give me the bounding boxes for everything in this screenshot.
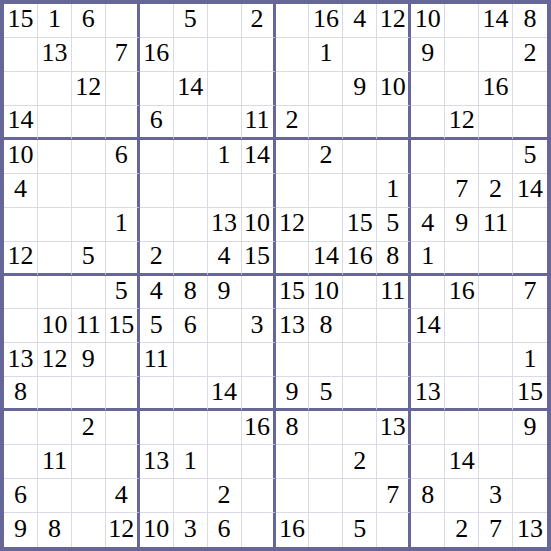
cell-r2c4[interactable]: 7 — [106, 38, 140, 72]
cell-r11c11[interactable] — [343, 343, 377, 377]
cell-r10c14[interactable] — [445, 309, 479, 343]
cell-r2c11[interactable] — [343, 38, 377, 72]
cell-r9c11[interactable] — [343, 276, 377, 310]
cell-r1c3[interactable]: 6 — [72, 4, 106, 38]
cell-r10c16[interactable] — [513, 309, 547, 343]
cell-r4c12[interactable] — [377, 106, 411, 140]
cell-r13c11[interactable] — [343, 411, 377, 445]
cell-r1c12[interactable]: 12 — [377, 4, 411, 38]
cell-r8c14[interactable] — [445, 242, 479, 276]
cell-r6c4[interactable] — [106, 174, 140, 208]
cell-r4c2[interactable] — [38, 106, 72, 140]
cell-r13c4[interactable] — [106, 411, 140, 445]
cell-r4c11[interactable] — [343, 106, 377, 140]
cell-r2c8[interactable] — [242, 38, 276, 72]
cell-r13c13[interactable] — [411, 411, 445, 445]
cell-r15c5[interactable] — [140, 479, 174, 513]
cell-r15c3[interactable] — [72, 479, 106, 513]
cell-r6c12[interactable]: 1 — [377, 174, 411, 208]
cell-r6c7[interactable] — [208, 174, 242, 208]
cell-r3c7[interactable] — [208, 72, 242, 106]
cell-r14c8[interactable] — [242, 445, 276, 479]
cell-r15c14[interactable] — [445, 479, 479, 513]
cell-r4c7[interactable] — [208, 106, 242, 140]
cell-r2c10[interactable]: 1 — [309, 38, 343, 72]
cell-r14c10[interactable] — [309, 445, 343, 479]
cell-r15c6[interactable] — [174, 479, 208, 513]
cell-r16c10[interactable] — [309, 513, 343, 547]
cell-r10c1[interactable] — [4, 309, 38, 343]
cell-r15c8[interactable] — [242, 479, 276, 513]
cell-r8c4[interactable] — [106, 242, 140, 276]
cell-r16c8[interactable] — [242, 513, 276, 547]
cell-r12c9[interactable]: 9 — [276, 377, 310, 411]
cell-r14c2[interactable]: 11 — [38, 445, 72, 479]
cell-r4c10[interactable] — [309, 106, 343, 140]
cell-r10c13[interactable]: 14 — [411, 309, 445, 343]
cell-r12c2[interactable] — [38, 377, 72, 411]
cell-r5c8[interactable]: 14 — [242, 140, 276, 174]
cell-r2c1[interactable] — [4, 38, 38, 72]
cell-r16c4[interactable]: 12 — [106, 513, 140, 547]
cell-r3c4[interactable] — [106, 72, 140, 106]
cell-r8c13[interactable]: 1 — [411, 242, 445, 276]
cell-r5c1[interactable]: 10 — [4, 140, 38, 174]
cell-r12c5[interactable] — [140, 377, 174, 411]
cell-r7c16[interactable] — [513, 208, 547, 242]
cell-r14c7[interactable] — [208, 445, 242, 479]
cell-r13c10[interactable] — [309, 411, 343, 445]
cell-r11c5[interactable]: 11 — [140, 343, 174, 377]
cell-r16c6[interactable]: 3 — [174, 513, 208, 547]
cell-r4c1[interactable]: 14 — [4, 106, 38, 140]
cell-r8c12[interactable]: 8 — [377, 242, 411, 276]
cell-r3c1[interactable] — [4, 72, 38, 106]
cell-r1c8[interactable]: 2 — [242, 4, 276, 38]
cell-r4c9[interactable]: 2 — [276, 106, 310, 140]
cell-r4c3[interactable] — [72, 106, 106, 140]
cell-r4c15[interactable] — [479, 106, 513, 140]
cell-r13c9[interactable]: 8 — [276, 411, 310, 445]
cell-r4c16[interactable] — [513, 106, 547, 140]
cell-r2c13[interactable]: 9 — [411, 38, 445, 72]
cell-r5c5[interactable] — [140, 140, 174, 174]
cell-r3c6[interactable]: 14 — [174, 72, 208, 106]
cell-r16c14[interactable]: 2 — [445, 513, 479, 547]
cell-r15c2[interactable] — [38, 479, 72, 513]
cell-r6c9[interactable] — [276, 174, 310, 208]
cell-r16c5[interactable]: 10 — [140, 513, 174, 547]
cell-r10c5[interactable]: 5 — [140, 309, 174, 343]
cell-r3c8[interactable] — [242, 72, 276, 106]
cell-r11c14[interactable] — [445, 343, 479, 377]
cell-r5c6[interactable] — [174, 140, 208, 174]
cell-r5c2[interactable] — [38, 140, 72, 174]
cell-r1c15[interactable]: 14 — [479, 4, 513, 38]
cell-r7c4[interactable]: 1 — [106, 208, 140, 242]
cell-r11c6[interactable] — [174, 343, 208, 377]
sudoku-board: 1516521641210148137161921214910161461121… — [0, 0, 551, 551]
cell-r7c10[interactable] — [309, 208, 343, 242]
cell-r12c12[interactable] — [377, 377, 411, 411]
cell-r9c12[interactable]: 11 — [377, 276, 411, 310]
cell-r1c6[interactable]: 5 — [174, 4, 208, 38]
cell-r2c15[interactable] — [479, 38, 513, 72]
cell-r4c8[interactable]: 11 — [242, 106, 276, 140]
cell-r7c7[interactable]: 13 — [208, 208, 242, 242]
cell-r11c10[interactable] — [309, 343, 343, 377]
cell-r2c2[interactable]: 13 — [38, 38, 72, 72]
cell-r2c16[interactable]: 2 — [513, 38, 547, 72]
cell-r1c2[interactable]: 1 — [38, 4, 72, 38]
cell-r6c3[interactable] — [72, 174, 106, 208]
cell-r1c9[interactable] — [276, 4, 310, 38]
cell-r13c2[interactable] — [38, 411, 72, 445]
cell-r8c10[interactable]: 14 — [309, 242, 343, 276]
cell-r6c1[interactable]: 4 — [4, 174, 38, 208]
cell-r6c16[interactable]: 14 — [513, 174, 547, 208]
cell-r6c13[interactable] — [411, 174, 445, 208]
cell-r8c2[interactable] — [38, 242, 72, 276]
cell-r16c16[interactable]: 13 — [513, 513, 547, 547]
cell-r14c16[interactable] — [513, 445, 547, 479]
cell-r14c11[interactable]: 2 — [343, 445, 377, 479]
cell-r3c3[interactable]: 12 — [72, 72, 106, 106]
cell-r15c4[interactable]: 4 — [106, 479, 140, 513]
cell-r10c10[interactable]: 8 — [309, 309, 343, 343]
cell-r3c2[interactable] — [38, 72, 72, 106]
cell-r11c1[interactable]: 13 — [4, 343, 38, 377]
cell-r8c7[interactable]: 4 — [208, 242, 242, 276]
cell-r4c14[interactable]: 12 — [445, 106, 479, 140]
cell-r10c9[interactable]: 13 — [276, 309, 310, 343]
cell-r7c8[interactable]: 10 — [242, 208, 276, 242]
cell-r3c12[interactable]: 10 — [377, 72, 411, 106]
cell-r9c10[interactable]: 10 — [309, 276, 343, 310]
cell-r15c7[interactable]: 2 — [208, 479, 242, 513]
cell-r13c14[interactable] — [445, 411, 479, 445]
cell-r11c9[interactable] — [276, 343, 310, 377]
cell-r1c14[interactable] — [445, 4, 479, 38]
cell-r14c15[interactable] — [479, 445, 513, 479]
cell-r14c9[interactable] — [276, 445, 310, 479]
cell-r4c13[interactable] — [411, 106, 445, 140]
cell-r8c5[interactable]: 2 — [140, 242, 174, 276]
cell-r12c16[interactable]: 15 — [513, 377, 547, 411]
cell-r7c12[interactable]: 5 — [377, 208, 411, 242]
cell-r9c6[interactable]: 8 — [174, 276, 208, 310]
cell-r5c14[interactable] — [445, 140, 479, 174]
cell-r4c5[interactable]: 6 — [140, 106, 174, 140]
cell-r15c13[interactable]: 8 — [411, 479, 445, 513]
cell-r7c11[interactable]: 15 — [343, 208, 377, 242]
cell-r15c15[interactable]: 3 — [479, 479, 513, 513]
cell-r7c3[interactable] — [72, 208, 106, 242]
cell-r12c14[interactable] — [445, 377, 479, 411]
cell-r13c1[interactable] — [4, 411, 38, 445]
cell-r9c2[interactable] — [38, 276, 72, 310]
cell-r4c6[interactable] — [174, 106, 208, 140]
cell-r5c11[interactable] — [343, 140, 377, 174]
cell-r12c3[interactable] — [72, 377, 106, 411]
cell-r5c10[interactable]: 2 — [309, 140, 343, 174]
cell-r5c7[interactable]: 1 — [208, 140, 242, 174]
cell-r11c15[interactable] — [479, 343, 513, 377]
cell-r5c4[interactable]: 6 — [106, 140, 140, 174]
cell-r11c12[interactable] — [377, 343, 411, 377]
cell-r6c5[interactable] — [140, 174, 174, 208]
cell-r8c9[interactable] — [276, 242, 310, 276]
cell-r13c6[interactable] — [174, 411, 208, 445]
cell-r6c2[interactable] — [38, 174, 72, 208]
cell-r14c4[interactable] — [106, 445, 140, 479]
cell-r9c13[interactable] — [411, 276, 445, 310]
cell-r8c11[interactable]: 16 — [343, 242, 377, 276]
cell-r12c1[interactable]: 8 — [4, 377, 38, 411]
cell-r10c2[interactable]: 10 — [38, 309, 72, 343]
cell-r1c13[interactable]: 10 — [411, 4, 445, 38]
cell-r7c13[interactable]: 4 — [411, 208, 445, 242]
cell-r4c4[interactable] — [106, 106, 140, 140]
cell-r3c5[interactable] — [140, 72, 174, 106]
cell-r1c1[interactable]: 15 — [4, 4, 38, 38]
cell-r15c10[interactable] — [309, 479, 343, 513]
cell-r2c6[interactable] — [174, 38, 208, 72]
cell-r10c12[interactable] — [377, 309, 411, 343]
cell-r7c6[interactable] — [174, 208, 208, 242]
cell-r5c12[interactable] — [377, 140, 411, 174]
cell-r7c2[interactable] — [38, 208, 72, 242]
cell-r9c15[interactable] — [479, 276, 513, 310]
cell-r1c4[interactable] — [106, 4, 140, 38]
cell-r3c10[interactable] — [309, 72, 343, 106]
cell-r6c11[interactable] — [343, 174, 377, 208]
cell-r8c8[interactable]: 15 — [242, 242, 276, 276]
cell-r11c3[interactable]: 9 — [72, 343, 106, 377]
cell-r15c1[interactable]: 6 — [4, 479, 38, 513]
cell-r14c13[interactable] — [411, 445, 445, 479]
cell-r11c8[interactable] — [242, 343, 276, 377]
cell-r14c12[interactable] — [377, 445, 411, 479]
cell-r3c15[interactable]: 16 — [479, 72, 513, 106]
cell-r2c7[interactable] — [208, 38, 242, 72]
cell-r6c15[interactable]: 2 — [479, 174, 513, 208]
cell-r9c9[interactable]: 15 — [276, 276, 310, 310]
cell-r8c15[interactable] — [479, 242, 513, 276]
cell-r1c7[interactable] — [208, 4, 242, 38]
cell-r11c2[interactable]: 12 — [38, 343, 72, 377]
cell-r9c4[interactable]: 5 — [106, 276, 140, 310]
cell-r9c14[interactable]: 16 — [445, 276, 479, 310]
cell-r10c3[interactable]: 11 — [72, 309, 106, 343]
cell-r6c14[interactable]: 7 — [445, 174, 479, 208]
cell-r11c4[interactable] — [106, 343, 140, 377]
cell-r3c13[interactable] — [411, 72, 445, 106]
cell-r6c6[interactable] — [174, 174, 208, 208]
cell-r14c3[interactable] — [72, 445, 106, 479]
cell-r1c5[interactable] — [140, 4, 174, 38]
cell-r10c8[interactable]: 3 — [242, 309, 276, 343]
cell-r8c1[interactable]: 12 — [4, 242, 38, 276]
cell-r3c11[interactable]: 9 — [343, 72, 377, 106]
cell-r7c9[interactable]: 12 — [276, 208, 310, 242]
cell-r10c11[interactable] — [343, 309, 377, 343]
cell-r2c5[interactable]: 16 — [140, 38, 174, 72]
cell-r16c12[interactable] — [377, 513, 411, 547]
cell-r16c2[interactable]: 8 — [38, 513, 72, 547]
cell-r2c14[interactable] — [445, 38, 479, 72]
cell-r1c10[interactable]: 16 — [309, 4, 343, 38]
cell-r11c13[interactable] — [411, 343, 445, 377]
cell-r2c12[interactable] — [377, 38, 411, 72]
cell-r5c16[interactable]: 5 — [513, 140, 547, 174]
cell-r10c6[interactable]: 6 — [174, 309, 208, 343]
cell-r12c7[interactable]: 14 — [208, 377, 242, 411]
cell-r16c13[interactable] — [411, 513, 445, 547]
cell-r16c11[interactable]: 5 — [343, 513, 377, 547]
cell-r16c9[interactable]: 16 — [276, 513, 310, 547]
cell-r15c12[interactable]: 7 — [377, 479, 411, 513]
cell-r5c13[interactable] — [411, 140, 445, 174]
cell-r13c12[interactable]: 13 — [377, 411, 411, 445]
cell-r6c10[interactable] — [309, 174, 343, 208]
cell-r8c6[interactable] — [174, 242, 208, 276]
cell-r7c15[interactable]: 11 — [479, 208, 513, 242]
cell-r3c16[interactable] — [513, 72, 547, 106]
cell-r9c1[interactable] — [4, 276, 38, 310]
cell-r1c16[interactable]: 8 — [513, 4, 547, 38]
cell-r15c11[interactable] — [343, 479, 377, 513]
cell-r14c6[interactable]: 1 — [174, 445, 208, 479]
cell-r8c3[interactable]: 5 — [72, 242, 106, 276]
cell-r3c9[interactable] — [276, 72, 310, 106]
cell-r9c5[interactable]: 4 — [140, 276, 174, 310]
cell-r13c16[interactable]: 9 — [513, 411, 547, 445]
cell-r16c3[interactable] — [72, 513, 106, 547]
cell-r15c9[interactable] — [276, 479, 310, 513]
cell-r11c7[interactable] — [208, 343, 242, 377]
cell-r15c16[interactable] — [513, 479, 547, 513]
cell-r13c5[interactable] — [140, 411, 174, 445]
cell-r12c10[interactable]: 5 — [309, 377, 343, 411]
cell-r9c7[interactable]: 9 — [208, 276, 242, 310]
cell-r9c8[interactable] — [242, 276, 276, 310]
cell-r14c5[interactable]: 13 — [140, 445, 174, 479]
cell-r9c3[interactable] — [72, 276, 106, 310]
cell-r16c15[interactable]: 7 — [479, 513, 513, 547]
cell-r10c4[interactable]: 15 — [106, 309, 140, 343]
cell-r5c9[interactable] — [276, 140, 310, 174]
cell-r14c1[interactable] — [4, 445, 38, 479]
cell-r8c16[interactable] — [513, 242, 547, 276]
cell-r6c8[interactable] — [242, 174, 276, 208]
cell-r7c5[interactable] — [140, 208, 174, 242]
cell-r13c3[interactable]: 2 — [72, 411, 106, 445]
cell-r13c7[interactable] — [208, 411, 242, 445]
cell-r2c3[interactable] — [72, 38, 106, 72]
cell-r12c4[interactable] — [106, 377, 140, 411]
cell-r12c15[interactable] — [479, 377, 513, 411]
cell-r5c15[interactable] — [479, 140, 513, 174]
cell-r9c16[interactable]: 7 — [513, 276, 547, 310]
cell-r16c1[interactable]: 9 — [4, 513, 38, 547]
cell-r12c6[interactable] — [174, 377, 208, 411]
cell-r12c8[interactable] — [242, 377, 276, 411]
cell-r1c11[interactable]: 4 — [343, 4, 377, 38]
cell-r3c14[interactable] — [445, 72, 479, 106]
cell-r7c14[interactable]: 9 — [445, 208, 479, 242]
cell-r13c15[interactable] — [479, 411, 513, 445]
cell-r10c15[interactable] — [479, 309, 513, 343]
cell-r7c1[interactable] — [4, 208, 38, 242]
cell-r13c8[interactable]: 16 — [242, 411, 276, 445]
cell-r14c14[interactable]: 14 — [445, 445, 479, 479]
cell-r10c7[interactable] — [208, 309, 242, 343]
cell-r12c11[interactable] — [343, 377, 377, 411]
cell-r2c9[interactable] — [276, 38, 310, 72]
cell-r5c3[interactable] — [72, 140, 106, 174]
cell-r16c7[interactable]: 6 — [208, 513, 242, 547]
cell-r11c16[interactable]: 1 — [513, 343, 547, 377]
cell-r12c13[interactable]: 13 — [411, 377, 445, 411]
